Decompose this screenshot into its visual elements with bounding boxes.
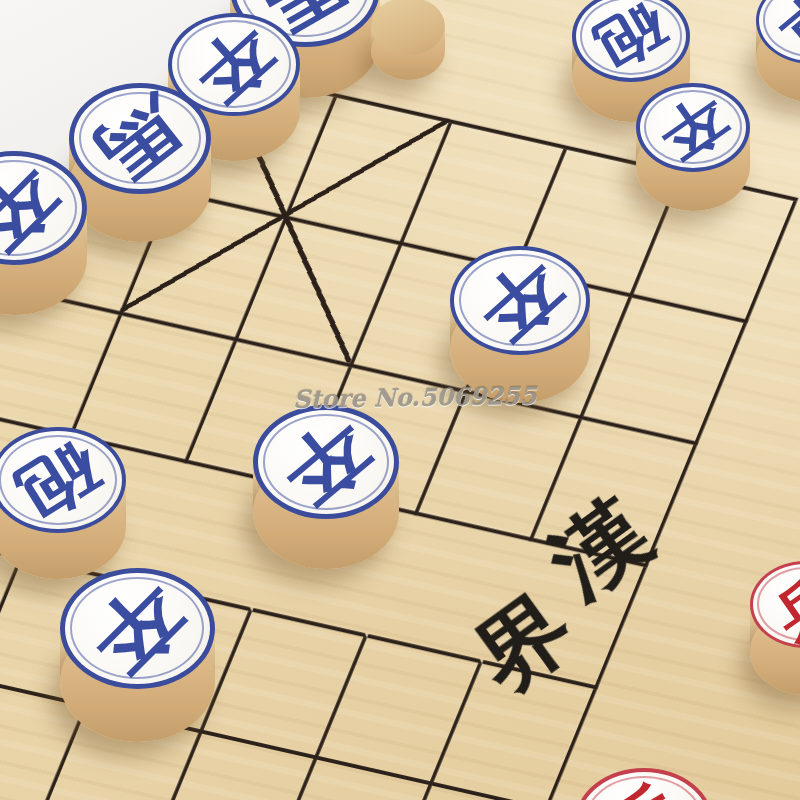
- piece-back-cylinder[interactable]: [371, 0, 445, 80]
- piece-character: 卒: [78, 569, 196, 687]
- piece-blue-chariot[interactable]: 車: [756, 0, 800, 102]
- piece-face: 卒: [450, 246, 590, 355]
- piece-character: 馬: [86, 85, 194, 191]
- piece-face: 卒: [60, 568, 215, 689]
- piece-blue-soldier[interactable]: 卒: [60, 568, 215, 742]
- piece-character: 兵: [763, 562, 800, 645]
- piece-character: 卒: [270, 407, 382, 518]
- piece-character: 砲: [587, 0, 675, 78]
- product-photo-scene: 漢 界 馬車卒砲卒馬卒卒砲卒卒兵兵 Store No.5069255: [0, 0, 800, 800]
- piece-character: 兵: [592, 772, 696, 800]
- piece-character: 卒: [650, 85, 737, 169]
- piece-blue-soldier[interactable]: 卒: [450, 246, 590, 403]
- piece-blue-soldier[interactable]: 卒: [253, 405, 399, 569]
- piece-blue-soldier[interactable]: 卒: [636, 83, 750, 211]
- piece-red-soldier[interactable]: 兵: [750, 561, 800, 695]
- piece-blue-horse[interactable]: 馬: [69, 83, 211, 242]
- piece-face: 卒: [253, 405, 399, 519]
- piece-face: 兵: [575, 768, 713, 800]
- piece-face: 卒: [636, 83, 750, 172]
- piece-character: 砲: [7, 430, 110, 529]
- piece-blue-soldier[interactable]: 卒: [0, 151, 87, 315]
- store-watermark: Store No.5069255: [293, 381, 537, 414]
- piece-blue-cannon[interactable]: 砲: [0, 427, 126, 579]
- piece-face: 馬: [69, 83, 211, 194]
- piece-character: 卒: [0, 152, 70, 264]
- piece-character: 卒: [467, 247, 574, 353]
- piece-red-soldier[interactable]: 兵: [575, 768, 713, 800]
- piece-character: 車: [769, 0, 800, 62]
